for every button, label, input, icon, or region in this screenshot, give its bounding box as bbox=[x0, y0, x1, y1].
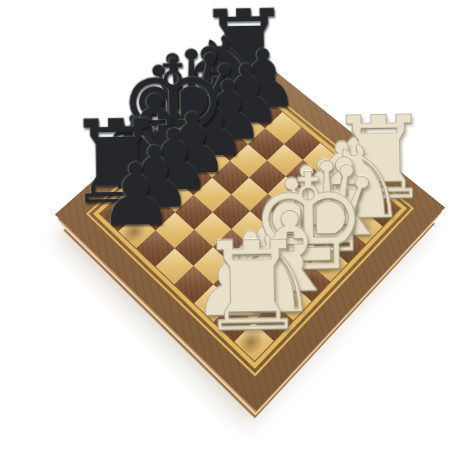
board-grid: ♜♟♟♜♞♟♟♞♝♟♟♝♛♟♟♛♚♟♟♚♝♟♟♝♞♟♟♞♜♟♟♜ bbox=[100, 82, 400, 361]
square-h1[interactable]: ♜ bbox=[234, 321, 274, 361]
board-frame: ♜♟♟♜♞♟♟♞♝♟♟♝♛♟♟♛♚♟♟♚♝♟♟♝♞♟♟♞♜♟♟♜ bbox=[55, 47, 445, 411]
photo-scene: ♜♟♟♜♞♟♟♞♝♟♟♝♛♟♟♛♚♟♟♚♝♟♟♝♞♟♟♞♜♟♟♜ bbox=[0, 0, 450, 450]
inlay-border-outer: ♜♟♟♜♞♟♟♞♝♟♟♝♛♟♟♛♚♟♟♚♝♟♟♝♞♟♟♞♜♟♟♜ bbox=[86, 71, 414, 376]
inlay-border-inner: ♜♟♟♜♞♟♟♞♝♟♟♝♛♟♟♛♚♟♟♚♝♟♟♝♞♟♟♞♜♟♟♜ bbox=[93, 77, 407, 369]
piece-glyph: ♜ bbox=[165, 224, 339, 350]
chess-board: ♜♟♟♜♞♟♟♞♝♟♟♝♛♟♟♛♚♟♟♚♝♟♟♝♞♟♟♞♜♟♟♜ bbox=[55, 47, 445, 411]
